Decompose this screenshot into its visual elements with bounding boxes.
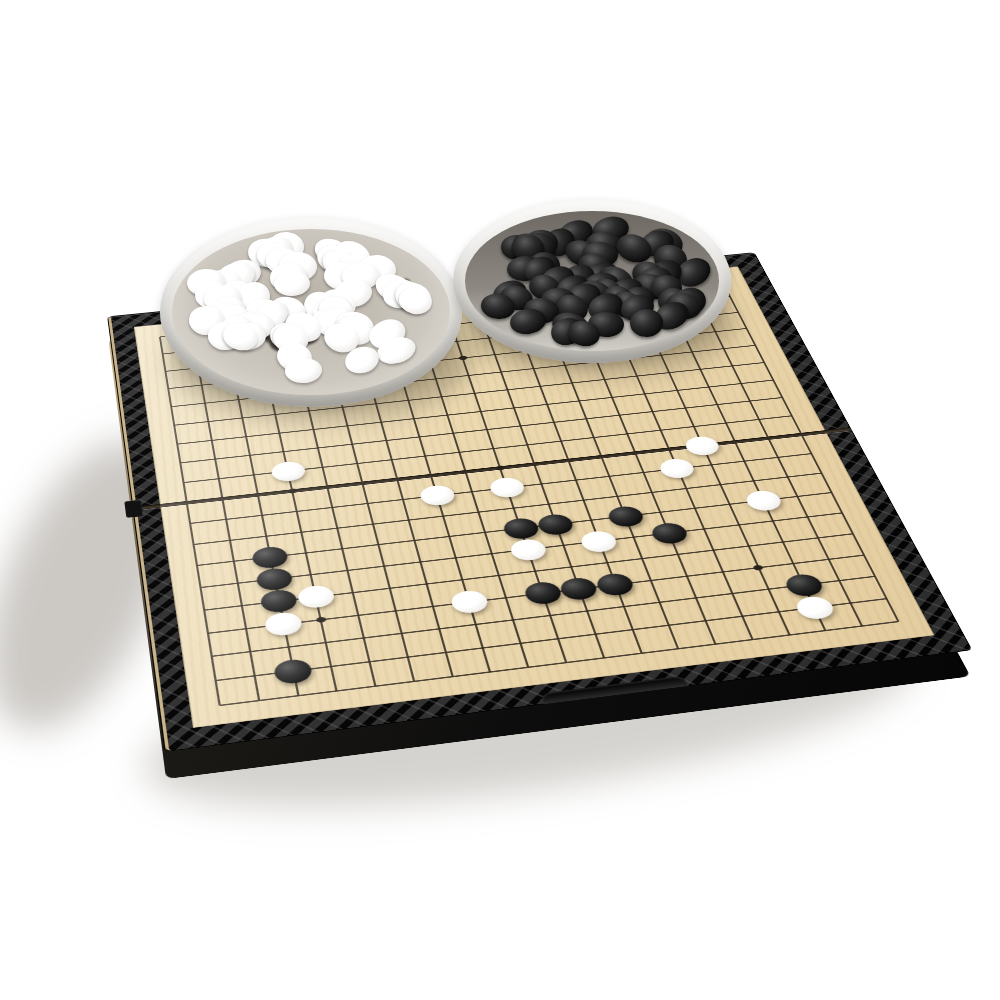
white-tray-bowl (172, 229, 450, 395)
white-stone-tray (160, 217, 462, 407)
white-stone (263, 611, 303, 637)
white-stone (682, 435, 722, 457)
star-point (316, 616, 327, 622)
product-photo-stage (0, 0, 1000, 1000)
black-stone (251, 545, 290, 569)
star-point (287, 488, 297, 494)
black-stone (259, 589, 299, 615)
grid-line-horizontal (197, 492, 832, 566)
black-stone (501, 517, 541, 541)
black-stone (558, 576, 600, 601)
star-point (537, 590, 548, 596)
black-stone (782, 573, 826, 598)
grid-line-horizontal (212, 576, 876, 657)
tray-stone-black (629, 309, 662, 337)
white-stone (449, 589, 490, 615)
star-point (753, 564, 764, 570)
black-stone (536, 513, 576, 537)
perspective-scene (0, 0, 1000, 1000)
black-stone (272, 658, 313, 685)
white-stone (418, 484, 457, 507)
white-stone (793, 595, 838, 621)
black-tray-bowl (465, 211, 719, 351)
black-stone (522, 581, 564, 606)
white-stone (487, 476, 526, 499)
black-stone (594, 572, 636, 597)
grid-line-horizontal (204, 533, 853, 611)
black-stone-tray (453, 199, 731, 363)
white-stone (743, 489, 785, 512)
black-stone (605, 505, 646, 528)
tray-stone-white (274, 271, 310, 297)
